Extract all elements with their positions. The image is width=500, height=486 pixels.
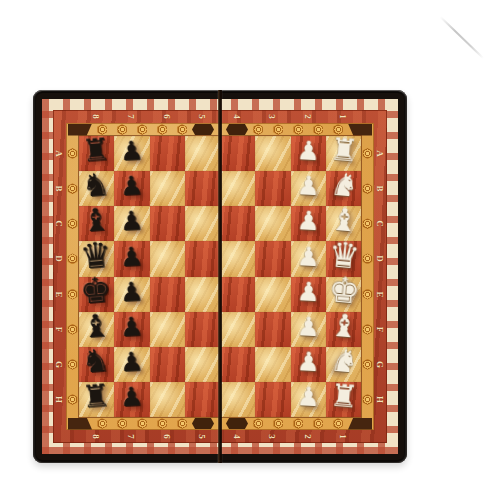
square-c7[interactable]: ♟ [114,206,149,241]
rosette-icon [362,148,373,159]
white-bishop-f1[interactable]: ♝ [329,309,359,342]
rosette-icon [362,359,373,370]
black-pawn-f7[interactable]: ♟ [119,313,144,340]
square-a5[interactable] [185,136,220,171]
black-pawn-d7[interactable]: ♟ [119,243,144,270]
rosette-icon [253,124,264,135]
product-photo: 87654321 87654321 ABCDEFGH ABCDEFGH ♜♟♟♜… [0,0,500,486]
rosette-icon [67,218,78,229]
corner-wedge-inlay [348,418,372,430]
square-g5[interactable] [185,347,220,382]
scratch-mark [440,16,485,59]
rosette-icon [362,183,373,194]
square-b3[interactable] [255,171,290,206]
rosette-icon [117,418,128,429]
square-d3[interactable] [255,241,290,276]
rosette-icon [362,218,373,229]
rosette-icon [157,418,168,429]
rosette-group [248,418,348,429]
square-a7[interactable]: ♟ [114,136,149,171]
white-pawn-g2[interactable]: ♟ [296,348,321,375]
rosette-icon [362,253,373,264]
rosette-icon [67,183,78,194]
square-c3[interactable] [255,206,290,241]
white-pawn-h2[interactable]: ♟ [296,383,321,410]
square-c4[interactable] [220,206,255,241]
rosette-icon [67,394,78,405]
rosette-icon [177,418,188,429]
rosette-icon [362,394,373,405]
square-e8[interactable]: ♚ [79,277,114,312]
white-pawn-b2[interactable]: ♟ [296,172,321,199]
white-knight-g1[interactable]: ♞ [329,344,359,377]
square-a6[interactable] [150,136,185,171]
trapezoid-inlay [226,418,248,429]
square-e4[interactable] [220,277,255,312]
chess-board: 87654321 87654321 ABCDEFGH ABCDEFGH ♜♟♟♜… [33,90,407,463]
black-pawn-h7[interactable]: ♟ [119,383,144,410]
square-h2[interactable]: ♟ [291,382,326,417]
square-h8[interactable]: ♜ [79,382,114,417]
black-pawn-b7[interactable]: ♟ [119,172,144,199]
square-e6[interactable] [150,277,185,312]
black-rook-a8[interactable]: ♜ [80,134,110,167]
square-f3[interactable] [255,312,290,347]
square-a4[interactable] [220,136,255,171]
corner-wedge-inlay [68,418,92,430]
rosette-icon [137,124,148,135]
square-g7[interactable]: ♟ [114,347,149,382]
trapezoid-inlay [192,124,214,135]
square-h6[interactable] [150,382,185,417]
square-b6[interactable] [150,171,185,206]
square-d6[interactable] [150,241,185,276]
square-d4[interactable] [220,241,255,276]
rosette-icon [313,124,324,135]
square-b2[interactable]: ♟ [291,171,326,206]
rosette-icon [333,418,344,429]
rosette-group [92,418,192,429]
rosette-icon [67,359,78,370]
rosette-icon [137,418,148,429]
square-a3[interactable] [255,136,290,171]
square-g6[interactable] [150,347,185,382]
white-pawn-d2[interactable]: ♟ [296,243,321,270]
black-pawn-a7[interactable]: ♟ [119,137,144,164]
square-b4[interactable] [220,171,255,206]
square-g3[interactable] [255,347,290,382]
rosette-icon [293,418,304,429]
rosette-icon [117,124,128,135]
square-h5[interactable] [185,382,220,417]
black-rook-h8[interactable]: ♜ [80,380,110,413]
ornament-strip-right [361,136,374,417]
black-pawn-c7[interactable]: ♟ [119,208,144,235]
square-d5[interactable] [185,241,220,276]
square-c5[interactable] [185,206,220,241]
black-pawn-e7[interactable]: ♟ [119,278,144,305]
white-pawn-f2[interactable]: ♟ [296,313,321,340]
square-h7[interactable]: ♟ [114,382,149,417]
square-e5[interactable] [185,277,220,312]
trapezoid-inlay [226,124,248,135]
square-c6[interactable] [150,206,185,241]
white-pawn-e2[interactable]: ♟ [296,278,321,305]
rosette-icon [67,148,78,159]
square-b7[interactable]: ♟ [114,171,149,206]
rosette-icon [97,418,108,429]
rosette-icon [67,324,78,335]
black-bishop-f8[interactable]: ♝ [80,309,110,342]
white-pawn-c2[interactable]: ♟ [296,208,321,235]
rosette-icon [253,418,264,429]
square-f4[interactable] [220,312,255,347]
file-labels-right: ABCDEFGH [374,136,387,417]
white-king-e1[interactable]: ♚ [327,272,361,310]
square-g4[interactable] [220,347,255,382]
square-c2[interactable]: ♟ [291,206,326,241]
rosette-icon [293,124,304,135]
fold-hinge [218,90,223,463]
white-rook-a1[interactable]: ♜ [329,134,359,167]
rosette-icon [67,253,78,264]
rosette-icon [177,124,188,135]
square-h4[interactable] [220,382,255,417]
square-g2[interactable]: ♟ [291,347,326,382]
square-h1[interactable]: ♜ [326,382,361,417]
rosette-icon [273,418,284,429]
white-rook-h1[interactable]: ♜ [329,380,359,413]
rosette-icon [273,124,284,135]
black-knight-g8[interactable]: ♞ [80,344,110,377]
square-a2[interactable]: ♟ [291,136,326,171]
file-labels-left: ABCDEFGH [53,136,66,417]
white-knight-b1[interactable]: ♞ [329,169,359,202]
square-e7[interactable]: ♟ [114,277,149,312]
square-f2[interactable]: ♟ [291,312,326,347]
square-b5[interactable] [185,171,220,206]
white-pawn-a2[interactable]: ♟ [296,137,321,164]
black-king-e8[interactable]: ♚ [78,272,112,310]
rosette-icon [67,289,78,300]
rosette-icon [313,418,324,429]
square-d7[interactable]: ♟ [114,241,149,276]
black-bishop-c8[interactable]: ♝ [80,204,110,237]
black-knight-b8[interactable]: ♞ [80,169,110,202]
square-f5[interactable] [185,312,220,347]
white-bishop-c1[interactable]: ♝ [329,204,359,237]
ornament-strip-left [66,136,79,417]
square-d2[interactable]: ♟ [291,241,326,276]
square-f6[interactable] [150,312,185,347]
square-e2[interactable]: ♟ [291,277,326,312]
square-h3[interactable] [255,382,290,417]
rosette-icon [157,124,168,135]
rosette-icon [362,324,373,335]
rosette-icon [362,289,373,300]
black-pawn-g7[interactable]: ♟ [119,348,144,375]
trapezoid-inlay [192,418,214,429]
square-e3[interactable] [255,277,290,312]
square-f7[interactable]: ♟ [114,312,149,347]
